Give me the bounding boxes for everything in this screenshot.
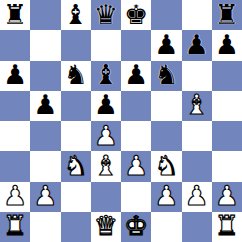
black-bishop-icon[interactable]: ♝ bbox=[64, 1, 88, 28]
square-h1[interactable]: ♜ bbox=[212, 212, 242, 242]
square-e1[interactable]: ♚ bbox=[121, 212, 151, 242]
square-c2[interactable] bbox=[61, 182, 91, 212]
square-h8[interactable]: ♜ bbox=[212, 0, 242, 30]
square-b2[interactable]: ♟ bbox=[30, 182, 60, 212]
square-c4[interactable] bbox=[61, 121, 91, 151]
black-rook-icon[interactable]: ♜ bbox=[215, 1, 239, 28]
black-pawn-icon[interactable]: ♟ bbox=[154, 31, 178, 58]
square-a2[interactable]: ♟ bbox=[0, 182, 30, 212]
square-g1[interactable] bbox=[182, 212, 212, 242]
square-g3[interactable] bbox=[182, 151, 212, 181]
square-g2[interactable]: ♟ bbox=[182, 182, 212, 212]
square-d6[interactable]: ♝ bbox=[91, 61, 121, 91]
square-h7[interactable]: ♟ bbox=[212, 30, 242, 60]
square-d8[interactable]: ♛ bbox=[91, 0, 121, 30]
chess-board: ♜♝♛♚♜♟♟♟♟♞♝♟♞♟♟♝♟♞♝♟♞♟♟♟♟♟♜♛♚♜ bbox=[0, 0, 242, 242]
square-h3[interactable] bbox=[212, 151, 242, 181]
square-d3[interactable]: ♝ bbox=[91, 151, 121, 181]
black-bishop-icon[interactable]: ♝ bbox=[94, 61, 118, 88]
black-king-icon[interactable]: ♚ bbox=[124, 1, 148, 28]
white-king-icon[interactable]: ♚ bbox=[124, 212, 148, 239]
square-d4[interactable]: ♟ bbox=[91, 121, 121, 151]
square-h5[interactable] bbox=[212, 91, 242, 121]
square-f5[interactable] bbox=[151, 91, 181, 121]
black-pawn-icon[interactable]: ♟ bbox=[124, 61, 148, 88]
square-c5[interactable] bbox=[61, 91, 91, 121]
square-d7[interactable] bbox=[91, 30, 121, 60]
square-e3[interactable]: ♟ bbox=[121, 151, 151, 181]
square-b7[interactable] bbox=[30, 30, 60, 60]
white-queen-icon[interactable]: ♛ bbox=[94, 212, 118, 239]
square-f4[interactable] bbox=[151, 121, 181, 151]
square-g6[interactable] bbox=[182, 61, 212, 91]
square-e6[interactable]: ♟ bbox=[121, 61, 151, 91]
square-a4[interactable] bbox=[0, 121, 30, 151]
square-b5[interactable]: ♟ bbox=[30, 91, 60, 121]
black-rook-icon[interactable]: ♜ bbox=[3, 1, 27, 28]
square-h4[interactable] bbox=[212, 121, 242, 151]
square-a7[interactable] bbox=[0, 30, 30, 60]
black-knight-icon[interactable]: ♞ bbox=[154, 61, 178, 88]
white-knight-icon[interactable]: ♞ bbox=[64, 152, 88, 179]
square-b4[interactable] bbox=[30, 121, 60, 151]
square-f6[interactable]: ♞ bbox=[151, 61, 181, 91]
square-a5[interactable] bbox=[0, 91, 30, 121]
square-b1[interactable] bbox=[30, 212, 60, 242]
white-rook-icon[interactable]: ♜ bbox=[215, 212, 239, 239]
black-queen-icon[interactable]: ♛ bbox=[94, 1, 118, 28]
square-c6[interactable]: ♞ bbox=[61, 61, 91, 91]
square-a1[interactable]: ♜ bbox=[0, 212, 30, 242]
square-f1[interactable] bbox=[151, 212, 181, 242]
black-pawn-icon[interactable]: ♟ bbox=[3, 61, 27, 88]
white-pawn-icon[interactable]: ♟ bbox=[94, 122, 118, 149]
square-a6[interactable]: ♟ bbox=[0, 61, 30, 91]
white-bishop-icon[interactable]: ♝ bbox=[94, 152, 118, 179]
square-g5[interactable]: ♝ bbox=[182, 91, 212, 121]
square-e5[interactable] bbox=[121, 91, 151, 121]
square-c7[interactable] bbox=[61, 30, 91, 60]
black-pawn-icon[interactable]: ♟ bbox=[185, 31, 209, 58]
square-e4[interactable] bbox=[121, 121, 151, 151]
square-b8[interactable] bbox=[30, 0, 60, 30]
square-d1[interactable]: ♛ bbox=[91, 212, 121, 242]
square-f7[interactable]: ♟ bbox=[151, 30, 181, 60]
square-h6[interactable] bbox=[212, 61, 242, 91]
square-g8[interactable] bbox=[182, 0, 212, 30]
square-c1[interactable] bbox=[61, 212, 91, 242]
square-c8[interactable]: ♝ bbox=[61, 0, 91, 30]
square-a8[interactable]: ♜ bbox=[0, 0, 30, 30]
square-c3[interactable]: ♞ bbox=[61, 151, 91, 181]
square-f2[interactable]: ♟ bbox=[151, 182, 181, 212]
white-pawn-icon[interactable]: ♟ bbox=[33, 182, 57, 209]
white-pawn-icon[interactable]: ♟ bbox=[215, 182, 239, 209]
square-b3[interactable] bbox=[30, 151, 60, 181]
black-pawn-icon[interactable]: ♟ bbox=[94, 91, 118, 118]
square-d2[interactable] bbox=[91, 182, 121, 212]
square-e2[interactable] bbox=[121, 182, 151, 212]
square-f3[interactable]: ♞ bbox=[151, 151, 181, 181]
square-e8[interactable]: ♚ bbox=[121, 0, 151, 30]
white-knight-icon[interactable]: ♞ bbox=[154, 152, 178, 179]
white-pawn-icon[interactable]: ♟ bbox=[124, 152, 148, 179]
square-g7[interactable]: ♟ bbox=[182, 30, 212, 60]
white-pawn-icon[interactable]: ♟ bbox=[154, 182, 178, 209]
square-d5[interactable]: ♟ bbox=[91, 91, 121, 121]
square-a3[interactable] bbox=[0, 151, 30, 181]
white-pawn-icon[interactable]: ♟ bbox=[3, 182, 27, 209]
square-h2[interactable]: ♟ bbox=[212, 182, 242, 212]
square-f8[interactable] bbox=[151, 0, 181, 30]
black-pawn-icon[interactable]: ♟ bbox=[215, 31, 239, 58]
white-bishop-icon[interactable]: ♝ bbox=[185, 91, 209, 118]
black-pawn-icon[interactable]: ♟ bbox=[33, 91, 57, 118]
square-g4[interactable] bbox=[182, 121, 212, 151]
square-b6[interactable] bbox=[30, 61, 60, 91]
white-rook-icon[interactable]: ♜ bbox=[3, 212, 27, 239]
square-e7[interactable] bbox=[121, 30, 151, 60]
black-knight-icon[interactable]: ♞ bbox=[64, 61, 88, 88]
white-pawn-icon[interactable]: ♟ bbox=[185, 182, 209, 209]
